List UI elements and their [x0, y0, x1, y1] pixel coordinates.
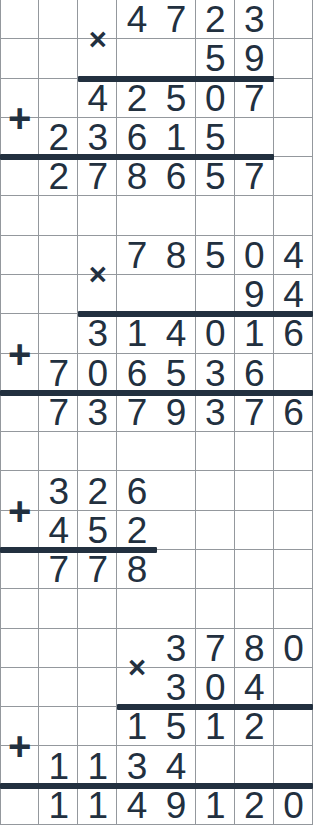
digit-cell: 0: [274, 629, 313, 668]
digit-cell: 4: [78, 79, 117, 118]
plus-sign-problem-4: +: [0, 727, 39, 766]
digit-cell: 7: [117, 393, 156, 432]
digit-cell: 2: [196, 0, 235, 39]
digit-cell: 1: [196, 786, 235, 825]
digit-cell: 0: [196, 79, 235, 118]
digit-cell: 4: [157, 314, 196, 353]
digit-cell: 4: [274, 275, 313, 314]
digit-cell: 2: [39, 118, 78, 157]
worksheet-grid: 4723594250723615278657785049431401670653…: [0, 0, 313, 825]
sum-rule-problem-1: [0, 154, 274, 160]
digit-cell: 5: [157, 354, 196, 393]
digit-cell: 0: [196, 314, 235, 353]
digit-cell: 8: [235, 629, 274, 668]
digit-cell: 1: [39, 786, 78, 825]
digit-cell: 3: [196, 393, 235, 432]
digit-cell: 0: [78, 354, 117, 393]
digit-cell: 6: [157, 157, 196, 196]
multiply-sign-problem-1: ×: [78, 20, 117, 59]
digit-cell: 7: [39, 393, 78, 432]
sum-rule-problem-4: [0, 783, 313, 789]
digit-cell: 6: [235, 354, 274, 393]
digit-cell: 0: [196, 668, 235, 707]
digit-cell: 3: [78, 118, 117, 157]
digit-cell: 1: [39, 746, 78, 785]
digit-cell: 2: [39, 157, 78, 196]
digit-cell: 1: [78, 746, 117, 785]
digit-cell: 7: [235, 157, 274, 196]
digit-cell: 7: [78, 157, 117, 196]
digit-cell: 5: [196, 157, 235, 196]
digit-cell: 3: [39, 471, 78, 510]
digit-cell: 8: [157, 236, 196, 275]
digit-cell: 2: [117, 79, 156, 118]
multiply-sign-problem-4: ×: [117, 648, 156, 687]
digit-cell: 5: [196, 118, 235, 157]
digit-cell: 5: [78, 511, 117, 550]
digit-cell: 3: [78, 314, 117, 353]
digit-cell: 1: [117, 314, 156, 353]
digit-cell: 7: [39, 354, 78, 393]
digit-cell: 4: [117, 0, 156, 39]
digit-cell: 1: [196, 707, 235, 746]
digit-cell: 8: [117, 550, 156, 589]
digit-cell: 1: [235, 314, 274, 353]
plus-sign-problem-2: +: [0, 334, 39, 373]
digit-cell: 5: [157, 707, 196, 746]
digit-cell: 7: [39, 550, 78, 589]
digit-cell: 0: [274, 786, 313, 825]
digit-cell: 5: [196, 236, 235, 275]
digit-cell: 4: [117, 786, 156, 825]
digit-cell: 3: [235, 0, 274, 39]
digit-cell: 9: [235, 275, 274, 314]
digit-cell: 4: [157, 746, 196, 785]
digit-cell: 7: [157, 0, 196, 39]
digit-cell: 1: [117, 707, 156, 746]
digit-cell: 7: [78, 550, 117, 589]
digit-cell: 4: [39, 511, 78, 550]
digit-cell: 6: [117, 471, 156, 510]
multiply-sign-problem-2: ×: [78, 255, 117, 294]
digit-cell: 2: [117, 511, 156, 550]
digit-cell: 7: [235, 79, 274, 118]
digit-cell: 7: [196, 629, 235, 668]
digit-cell: 5: [157, 79, 196, 118]
digit-cell: 2: [235, 786, 274, 825]
product-rule-problem-2: [78, 311, 313, 317]
digit-cell: 7: [117, 236, 156, 275]
digit-cell: 7: [235, 393, 274, 432]
digit-cell: 9: [157, 393, 196, 432]
digit-cell: 1: [157, 118, 196, 157]
plus-sign-problem-3: +: [0, 491, 39, 530]
digit-cell: 1: [78, 786, 117, 825]
digit-cell: 9: [157, 786, 196, 825]
digit-cell: 8: [117, 157, 156, 196]
digit-cell: 2: [235, 707, 274, 746]
digit-cell: 5: [196, 39, 235, 78]
digit-cell: 6: [117, 354, 156, 393]
product-rule-problem-4: [117, 704, 313, 710]
product-rule-problem-1: [78, 76, 274, 82]
digit-cell: 4: [274, 236, 313, 275]
sum-rule-problem-3: [0, 547, 157, 553]
digit-cell: 3: [117, 746, 156, 785]
sum-rule-problem-2: [0, 390, 313, 396]
digit-cell: 2: [78, 471, 117, 510]
plus-sign-problem-1: +: [0, 98, 39, 137]
digit-cell: 6: [274, 314, 313, 353]
digit-cell: 6: [117, 118, 156, 157]
digit-cell: 3: [157, 629, 196, 668]
digit-cell: 3: [78, 393, 117, 432]
digit-cell: 0: [235, 236, 274, 275]
digit-cell: 9: [235, 39, 274, 78]
digit-cell: 3: [196, 354, 235, 393]
digit-cell: 4: [235, 668, 274, 707]
digit-cell: 3: [157, 668, 196, 707]
digit-cell: 6: [274, 393, 313, 432]
